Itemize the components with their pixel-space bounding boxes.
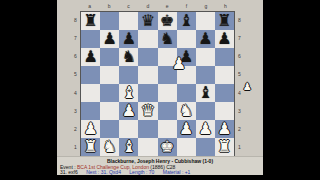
square-b6[interactable]	[100, 48, 119, 66]
square-h3[interactable]	[215, 102, 234, 120]
square-c8[interactable]	[119, 12, 138, 30]
square-g3[interactable]	[196, 102, 215, 120]
current-move: 31. exf6	[60, 169, 78, 175]
black-bishop: ♝	[198, 85, 212, 101]
rank-label-3: 3	[237, 109, 242, 114]
square-e4[interactable]	[158, 84, 177, 102]
square-b5[interactable]	[100, 66, 119, 84]
white-pawn: ♟	[122, 103, 136, 119]
black-rook: ♜	[217, 13, 231, 29]
white-pawn: ♟	[198, 121, 212, 137]
black-pawn: ♟	[83, 49, 97, 65]
square-c7[interactable]: ♟	[119, 30, 138, 48]
rank-label-1: 1	[73, 145, 78, 150]
square-f1[interactable]	[177, 138, 196, 156]
square-g4[interactable]: ♝	[196, 84, 215, 102]
square-d3[interactable]: ♛	[138, 102, 157, 120]
white-knight: ♞	[103, 139, 117, 155]
square-a7[interactable]	[81, 30, 100, 48]
square-b7[interactable]: ♟	[100, 30, 119, 48]
black-knight: ♞	[160, 31, 174, 47]
file-label-c: c	[119, 4, 138, 9]
white-bishop: ♝	[122, 139, 136, 155]
file-label-f: f	[177, 4, 196, 9]
rank-label-8: 8	[73, 18, 78, 23]
square-a8[interactable]: ♜	[81, 12, 100, 30]
video-frame: abcdefgh abcdefgh 87654321 87654321 ♜♛♚♝…	[0, 0, 320, 180]
next-move: Next : 31. Qxd4	[86, 169, 121, 175]
black-bishop: ♝	[179, 13, 193, 29]
left-letterbox	[0, 0, 57, 180]
move-status-line: 31. exf6 Next : 31. Qxd4 Length : 70 Mat…	[57, 170, 263, 175]
square-d6[interactable]	[138, 48, 157, 66]
black-queen: ♛	[141, 13, 155, 29]
square-b2[interactable]	[100, 120, 119, 138]
white-pawn: ♟	[179, 121, 193, 137]
rank-label-4: 4	[73, 91, 78, 96]
chess-app-window: abcdefgh abcdefgh 87654321 87654321 ♜♛♚♝…	[57, 0, 263, 174]
square-a2[interactable]: ♟	[81, 120, 100, 138]
square-c3[interactable]: ♟	[119, 102, 138, 120]
square-f2[interactable]: ♟	[177, 120, 196, 138]
file-labels-top: abcdefgh	[80, 4, 235, 9]
white-bishop: ♝	[122, 85, 136, 101]
square-e3[interactable]	[158, 102, 177, 120]
rank-label-4: 4	[237, 91, 242, 96]
black-knight: ♞	[122, 49, 136, 65]
square-b4[interactable]	[100, 84, 119, 102]
square-h4[interactable]	[215, 84, 234, 102]
square-h2[interactable]: ♟	[215, 120, 234, 138]
black-pawn: ♟	[103, 31, 117, 47]
board-grid: ♜♛♚♝♜♟♟♞♟♟♟♞♟♝♝♟♛♞♟♟♟♟♜♞♝♚♜	[80, 11, 235, 157]
rank-label-3: 3	[73, 109, 78, 114]
square-h5[interactable]	[215, 66, 234, 84]
square-b3[interactable]	[100, 102, 119, 120]
square-f8[interactable]: ♝	[177, 12, 196, 30]
square-e7[interactable]: ♞	[158, 30, 177, 48]
square-h6[interactable]	[215, 48, 234, 66]
square-g8[interactable]	[196, 12, 215, 30]
white-queen: ♛	[141, 103, 155, 119]
black-rook: ♜	[83, 13, 97, 29]
white-rook: ♜	[217, 139, 231, 155]
black-pawn: ♟	[122, 31, 136, 47]
square-a4[interactable]	[81, 84, 100, 102]
square-g1[interactable]	[196, 138, 215, 156]
rank-label-6: 6	[73, 54, 78, 59]
square-e8[interactable]: ♚	[158, 12, 177, 30]
square-c4[interactable]: ♝	[119, 84, 138, 102]
rank-label-5: 5	[237, 72, 242, 77]
game-length: Length : 70	[129, 169, 154, 175]
square-f7[interactable]	[177, 30, 196, 48]
white-king: ♚	[160, 139, 174, 155]
square-b1[interactable]: ♞	[100, 138, 119, 156]
rank-labels-right: 87654321	[237, 11, 242, 157]
rank-label-2: 2	[73, 127, 78, 132]
file-label-a: a	[80, 4, 99, 9]
white-pawn: ♟	[83, 121, 97, 137]
material-balance: Material : +1	[163, 169, 191, 175]
rank-label-7: 7	[237, 36, 242, 41]
square-b8[interactable]	[100, 12, 119, 30]
square-c5[interactable]	[119, 66, 138, 84]
rank-label-1: 1	[237, 145, 242, 150]
square-d2[interactable]	[138, 120, 157, 138]
square-a5[interactable]	[81, 66, 100, 84]
rank-labels-left: 87654321	[73, 11, 78, 157]
black-king: ♚	[160, 13, 174, 29]
square-g7[interactable]: ♟	[196, 30, 215, 48]
square-d1[interactable]	[138, 138, 157, 156]
square-g5[interactable]	[196, 66, 215, 84]
square-f4[interactable]	[177, 84, 196, 102]
square-f3[interactable]: ♞	[177, 102, 196, 120]
square-e2[interactable]	[158, 120, 177, 138]
square-c2[interactable]	[119, 120, 138, 138]
square-d7[interactable]	[138, 30, 157, 48]
file-label-b: b	[99, 4, 118, 9]
square-c6[interactable]: ♞	[119, 48, 138, 66]
square-d8[interactable]: ♛	[138, 12, 157, 30]
square-a6[interactable]: ♟	[81, 48, 100, 66]
square-a1[interactable]: ♜	[81, 138, 100, 156]
moving-white-pawn: ♟	[172, 56, 186, 72]
game-info-panel: Blackburne, Joseph Henry - Cubbishaw (1-…	[57, 156, 263, 175]
white-rook: ♜	[83, 139, 97, 155]
square-h7[interactable]: ♟	[215, 30, 234, 48]
file-label-h: h	[216, 4, 235, 9]
square-h1[interactable]: ♜	[215, 138, 234, 156]
right-letterbox	[263, 0, 320, 180]
square-g2[interactable]: ♟	[196, 120, 215, 138]
chess-board[interactable]: ♜♛♚♝♜♟♟♞♟♟♟♞♟♝♝♟♛♞♟♟♟♟♜♞♝♚♜ ♟	[80, 11, 235, 157]
square-d4[interactable]	[138, 84, 157, 102]
square-c1[interactable]: ♝	[119, 138, 138, 156]
file-label-e: e	[158, 4, 177, 9]
rank-label-2: 2	[237, 127, 242, 132]
material-indicator-pawn-icon: ♟	[243, 82, 252, 92]
file-label-d: d	[138, 4, 157, 9]
rank-label-8: 8	[237, 18, 242, 23]
white-pawn: ♟	[217, 121, 231, 137]
square-g6[interactable]	[196, 48, 215, 66]
square-e1[interactable]: ♚	[158, 138, 177, 156]
square-d5[interactable]	[138, 66, 157, 84]
rank-label-7: 7	[73, 36, 78, 41]
white-knight: ♞	[179, 103, 193, 119]
file-label-g: g	[196, 4, 215, 9]
square-h8[interactable]: ♜	[215, 12, 234, 30]
rank-label-6: 6	[237, 54, 242, 59]
rank-label-5: 5	[73, 72, 78, 77]
square-a3[interactable]	[81, 102, 100, 120]
black-pawn: ♟	[217, 31, 231, 47]
black-pawn: ♟	[198, 31, 212, 47]
